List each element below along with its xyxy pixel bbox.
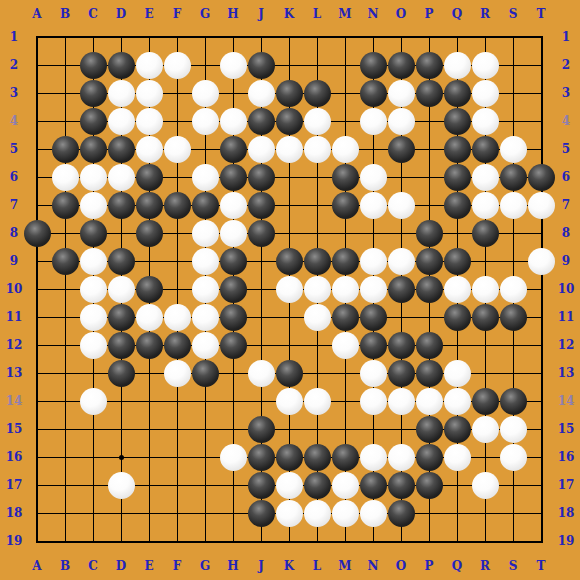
intersection-O15[interactable] — [387, 415, 415, 443]
intersection-P8[interactable] — [415, 219, 443, 247]
intersection-S8[interactable] — [499, 219, 527, 247]
intersection-M10[interactable] — [331, 275, 359, 303]
intersection-F5[interactable] — [163, 135, 191, 163]
intersection-G10[interactable] — [191, 275, 219, 303]
intersection-L16[interactable] — [303, 443, 331, 471]
intersection-K17[interactable] — [275, 471, 303, 499]
intersection-D17[interactable] — [107, 471, 135, 499]
intersection-S11[interactable] — [499, 303, 527, 331]
intersection-K2[interactable] — [275, 51, 303, 79]
intersection-O13[interactable] — [387, 359, 415, 387]
intersection-B6[interactable] — [51, 163, 79, 191]
intersection-L15[interactable] — [303, 415, 331, 443]
intersection-A12[interactable] — [23, 331, 51, 359]
intersection-R12[interactable] — [471, 331, 499, 359]
intersection-D8[interactable] — [107, 219, 135, 247]
intersection-P7[interactable] — [415, 191, 443, 219]
intersection-M18[interactable] — [331, 499, 359, 527]
intersection-C4[interactable] — [79, 107, 107, 135]
intersection-E15[interactable] — [135, 415, 163, 443]
intersection-K9[interactable] — [275, 247, 303, 275]
intersection-T17[interactable] — [527, 471, 555, 499]
intersection-C13[interactable] — [79, 359, 107, 387]
intersection-T14[interactable] — [527, 387, 555, 415]
intersection-K14[interactable] — [275, 387, 303, 415]
intersection-R5[interactable] — [471, 135, 499, 163]
intersection-P2[interactable] — [415, 51, 443, 79]
intersection-J5[interactable] — [247, 135, 275, 163]
intersection-M6[interactable] — [331, 163, 359, 191]
intersection-H3[interactable] — [219, 79, 247, 107]
intersection-C18[interactable] — [79, 499, 107, 527]
intersection-F14[interactable] — [163, 387, 191, 415]
intersection-A1[interactable] — [23, 23, 51, 51]
intersection-T16[interactable] — [527, 443, 555, 471]
intersection-E9[interactable] — [135, 247, 163, 275]
intersection-T3[interactable] — [527, 79, 555, 107]
intersection-M13[interactable] — [331, 359, 359, 387]
intersection-T8[interactable] — [527, 219, 555, 247]
intersection-K11[interactable] — [275, 303, 303, 331]
intersection-D4[interactable] — [107, 107, 135, 135]
intersection-K13[interactable] — [275, 359, 303, 387]
intersection-E8[interactable] — [135, 219, 163, 247]
intersection-S7[interactable] — [499, 191, 527, 219]
intersection-F4[interactable] — [163, 107, 191, 135]
intersection-A19[interactable] — [23, 527, 51, 555]
intersection-S17[interactable] — [499, 471, 527, 499]
intersection-Q8[interactable] — [443, 219, 471, 247]
intersection-K7[interactable] — [275, 191, 303, 219]
intersection-L5[interactable] — [303, 135, 331, 163]
intersection-K12[interactable] — [275, 331, 303, 359]
intersection-B3[interactable] — [51, 79, 79, 107]
intersection-R15[interactable] — [471, 415, 499, 443]
intersection-P16[interactable] — [415, 443, 443, 471]
intersection-K18[interactable] — [275, 499, 303, 527]
intersection-A14[interactable] — [23, 387, 51, 415]
intersection-E3[interactable] — [135, 79, 163, 107]
intersection-O1[interactable] — [387, 23, 415, 51]
intersection-C16[interactable] — [79, 443, 107, 471]
intersection-C3[interactable] — [79, 79, 107, 107]
intersection-B15[interactable] — [51, 415, 79, 443]
intersection-O11[interactable] — [387, 303, 415, 331]
intersection-T1[interactable] — [527, 23, 555, 51]
intersection-D10[interactable] — [107, 275, 135, 303]
intersection-P9[interactable] — [415, 247, 443, 275]
intersection-A7[interactable] — [23, 191, 51, 219]
intersection-P5[interactable] — [415, 135, 443, 163]
intersection-P17[interactable] — [415, 471, 443, 499]
intersection-C15[interactable] — [79, 415, 107, 443]
intersection-O6[interactable] — [387, 163, 415, 191]
intersection-E1[interactable] — [135, 23, 163, 51]
intersection-A11[interactable] — [23, 303, 51, 331]
intersection-A6[interactable] — [23, 163, 51, 191]
intersection-A17[interactable] — [23, 471, 51, 499]
intersection-E10[interactable] — [135, 275, 163, 303]
intersection-L19[interactable] — [303, 527, 331, 555]
intersection-D1[interactable] — [107, 23, 135, 51]
intersection-D2[interactable] — [107, 51, 135, 79]
intersection-R1[interactable] — [471, 23, 499, 51]
intersection-S3[interactable] — [499, 79, 527, 107]
intersection-J17[interactable] — [247, 471, 275, 499]
intersection-S5[interactable] — [499, 135, 527, 163]
intersection-R13[interactable] — [471, 359, 499, 387]
intersection-F10[interactable] — [163, 275, 191, 303]
intersection-E12[interactable] — [135, 331, 163, 359]
intersection-L14[interactable] — [303, 387, 331, 415]
intersection-A8[interactable] — [23, 219, 51, 247]
intersection-T6[interactable] — [527, 163, 555, 191]
intersection-J12[interactable] — [247, 331, 275, 359]
intersection-N2[interactable] — [359, 51, 387, 79]
intersection-C5[interactable] — [79, 135, 107, 163]
intersection-P4[interactable] — [415, 107, 443, 135]
intersection-D15[interactable] — [107, 415, 135, 443]
intersection-N9[interactable] — [359, 247, 387, 275]
intersection-B4[interactable] — [51, 107, 79, 135]
intersection-O16[interactable] — [387, 443, 415, 471]
intersection-A5[interactable] — [23, 135, 51, 163]
intersection-G1[interactable] — [191, 23, 219, 51]
intersection-H8[interactable] — [219, 219, 247, 247]
intersection-S19[interactable] — [499, 527, 527, 555]
intersection-T15[interactable] — [527, 415, 555, 443]
intersection-D14[interactable] — [107, 387, 135, 415]
intersection-N17[interactable] — [359, 471, 387, 499]
intersection-R3[interactable] — [471, 79, 499, 107]
intersection-J1[interactable] — [247, 23, 275, 51]
intersection-N5[interactable] — [359, 135, 387, 163]
intersection-A4[interactable] — [23, 107, 51, 135]
intersection-F12[interactable] — [163, 331, 191, 359]
intersection-E6[interactable] — [135, 163, 163, 191]
intersection-N10[interactable] — [359, 275, 387, 303]
intersection-K16[interactable] — [275, 443, 303, 471]
intersection-F11[interactable] — [163, 303, 191, 331]
intersection-S18[interactable] — [499, 499, 527, 527]
intersection-O17[interactable] — [387, 471, 415, 499]
intersection-B5[interactable] — [51, 135, 79, 163]
intersection-B17[interactable] — [51, 471, 79, 499]
intersection-H18[interactable] — [219, 499, 247, 527]
intersection-L9[interactable] — [303, 247, 331, 275]
intersection-F13[interactable] — [163, 359, 191, 387]
intersection-B10[interactable] — [51, 275, 79, 303]
intersection-B18[interactable] — [51, 499, 79, 527]
intersection-L13[interactable] — [303, 359, 331, 387]
intersection-H5[interactable] — [219, 135, 247, 163]
intersection-R6[interactable] — [471, 163, 499, 191]
intersection-G7[interactable] — [191, 191, 219, 219]
intersection-S13[interactable] — [499, 359, 527, 387]
intersection-O8[interactable] — [387, 219, 415, 247]
intersection-G12[interactable] — [191, 331, 219, 359]
intersection-T2[interactable] — [527, 51, 555, 79]
intersection-P10[interactable] — [415, 275, 443, 303]
intersection-Q2[interactable] — [443, 51, 471, 79]
intersection-M3[interactable] — [331, 79, 359, 107]
intersection-F8[interactable] — [163, 219, 191, 247]
intersection-L10[interactable] — [303, 275, 331, 303]
intersection-J3[interactable] — [247, 79, 275, 107]
intersection-R4[interactable] — [471, 107, 499, 135]
intersection-T10[interactable] — [527, 275, 555, 303]
intersection-M5[interactable] — [331, 135, 359, 163]
intersection-D7[interactable] — [107, 191, 135, 219]
intersection-D13[interactable] — [107, 359, 135, 387]
intersection-H12[interactable] — [219, 331, 247, 359]
intersection-L3[interactable] — [303, 79, 331, 107]
intersection-A15[interactable] — [23, 415, 51, 443]
intersection-M1[interactable] — [331, 23, 359, 51]
intersection-Q5[interactable] — [443, 135, 471, 163]
intersection-P12[interactable] — [415, 331, 443, 359]
intersection-E14[interactable] — [135, 387, 163, 415]
intersection-T5[interactable] — [527, 135, 555, 163]
intersection-B8[interactable] — [51, 219, 79, 247]
intersection-F3[interactable] — [163, 79, 191, 107]
intersection-A9[interactable] — [23, 247, 51, 275]
intersection-L18[interactable] — [303, 499, 331, 527]
intersection-J11[interactable] — [247, 303, 275, 331]
intersection-F9[interactable] — [163, 247, 191, 275]
intersection-R19[interactable] — [471, 527, 499, 555]
intersection-J18[interactable] — [247, 499, 275, 527]
intersection-S9[interactable] — [499, 247, 527, 275]
intersection-R11[interactable] — [471, 303, 499, 331]
intersection-J16[interactable] — [247, 443, 275, 471]
intersection-T4[interactable] — [527, 107, 555, 135]
intersection-Q3[interactable] — [443, 79, 471, 107]
intersection-N12[interactable] — [359, 331, 387, 359]
intersection-P15[interactable] — [415, 415, 443, 443]
intersection-R14[interactable] — [471, 387, 499, 415]
intersection-H17[interactable] — [219, 471, 247, 499]
intersection-B11[interactable] — [51, 303, 79, 331]
intersection-Q13[interactable] — [443, 359, 471, 387]
intersection-J13[interactable] — [247, 359, 275, 387]
intersection-H4[interactable] — [219, 107, 247, 135]
intersection-D9[interactable] — [107, 247, 135, 275]
intersection-K4[interactable] — [275, 107, 303, 135]
intersection-T11[interactable] — [527, 303, 555, 331]
intersection-O12[interactable] — [387, 331, 415, 359]
intersection-L12[interactable] — [303, 331, 331, 359]
intersection-G19[interactable] — [191, 527, 219, 555]
intersection-F18[interactable] — [163, 499, 191, 527]
intersection-E7[interactable] — [135, 191, 163, 219]
intersection-A10[interactable] — [23, 275, 51, 303]
intersection-S10[interactable] — [499, 275, 527, 303]
intersection-B12[interactable] — [51, 331, 79, 359]
intersection-M17[interactable] — [331, 471, 359, 499]
intersection-P13[interactable] — [415, 359, 443, 387]
intersection-L4[interactable] — [303, 107, 331, 135]
intersection-M11[interactable] — [331, 303, 359, 331]
intersection-N11[interactable] — [359, 303, 387, 331]
intersection-F16[interactable] — [163, 443, 191, 471]
intersection-Q10[interactable] — [443, 275, 471, 303]
intersection-M12[interactable] — [331, 331, 359, 359]
intersection-K6[interactable] — [275, 163, 303, 191]
intersection-R8[interactable] — [471, 219, 499, 247]
intersection-J7[interactable] — [247, 191, 275, 219]
intersection-J14[interactable] — [247, 387, 275, 415]
intersection-Q17[interactable] — [443, 471, 471, 499]
intersection-T19[interactable] — [527, 527, 555, 555]
intersection-K1[interactable] — [275, 23, 303, 51]
intersection-C19[interactable] — [79, 527, 107, 555]
intersection-R16[interactable] — [471, 443, 499, 471]
intersection-F2[interactable] — [163, 51, 191, 79]
intersection-L2[interactable] — [303, 51, 331, 79]
intersection-H11[interactable] — [219, 303, 247, 331]
intersection-T13[interactable] — [527, 359, 555, 387]
intersection-G17[interactable] — [191, 471, 219, 499]
intersection-N14[interactable] — [359, 387, 387, 415]
intersection-M2[interactable] — [331, 51, 359, 79]
intersection-H14[interactable] — [219, 387, 247, 415]
intersection-Q9[interactable] — [443, 247, 471, 275]
intersection-S12[interactable] — [499, 331, 527, 359]
intersection-M8[interactable] — [331, 219, 359, 247]
intersection-N1[interactable] — [359, 23, 387, 51]
intersection-Q16[interactable] — [443, 443, 471, 471]
intersection-O10[interactable] — [387, 275, 415, 303]
intersection-J9[interactable] — [247, 247, 275, 275]
intersection-G14[interactable] — [191, 387, 219, 415]
intersection-O5[interactable] — [387, 135, 415, 163]
intersection-O7[interactable] — [387, 191, 415, 219]
intersection-D5[interactable] — [107, 135, 135, 163]
intersection-M16[interactable] — [331, 443, 359, 471]
intersection-S4[interactable] — [499, 107, 527, 135]
intersection-O4[interactable] — [387, 107, 415, 135]
intersection-S1[interactable] — [499, 23, 527, 51]
intersection-D6[interactable] — [107, 163, 135, 191]
intersection-H2[interactable] — [219, 51, 247, 79]
intersection-M15[interactable] — [331, 415, 359, 443]
intersection-P3[interactable] — [415, 79, 443, 107]
intersection-C9[interactable] — [79, 247, 107, 275]
intersection-R18[interactable] — [471, 499, 499, 527]
intersection-C17[interactable] — [79, 471, 107, 499]
intersection-N8[interactable] — [359, 219, 387, 247]
intersection-Q4[interactable] — [443, 107, 471, 135]
intersection-P18[interactable] — [415, 499, 443, 527]
intersection-D11[interactable] — [107, 303, 135, 331]
intersection-L6[interactable] — [303, 163, 331, 191]
intersection-J10[interactable] — [247, 275, 275, 303]
intersection-B14[interactable] — [51, 387, 79, 415]
intersection-N19[interactable] — [359, 527, 387, 555]
intersection-T12[interactable] — [527, 331, 555, 359]
intersection-G18[interactable] — [191, 499, 219, 527]
intersection-S14[interactable] — [499, 387, 527, 415]
intersection-N3[interactable] — [359, 79, 387, 107]
intersection-T18[interactable] — [527, 499, 555, 527]
intersection-R7[interactable] — [471, 191, 499, 219]
intersection-O18[interactable] — [387, 499, 415, 527]
intersection-N13[interactable] — [359, 359, 387, 387]
intersection-M14[interactable] — [331, 387, 359, 415]
intersection-M7[interactable] — [331, 191, 359, 219]
intersection-D18[interactable] — [107, 499, 135, 527]
intersection-B7[interactable] — [51, 191, 79, 219]
intersection-G3[interactable] — [191, 79, 219, 107]
intersection-A3[interactable] — [23, 79, 51, 107]
intersection-G4[interactable] — [191, 107, 219, 135]
intersection-Q7[interactable] — [443, 191, 471, 219]
intersection-N15[interactable] — [359, 415, 387, 443]
intersection-F6[interactable] — [163, 163, 191, 191]
intersection-N16[interactable] — [359, 443, 387, 471]
intersection-T9[interactable] — [527, 247, 555, 275]
intersection-K15[interactable] — [275, 415, 303, 443]
intersection-C14[interactable] — [79, 387, 107, 415]
intersection-F1[interactable] — [163, 23, 191, 51]
intersection-M19[interactable] — [331, 527, 359, 555]
intersection-P11[interactable] — [415, 303, 443, 331]
intersection-E11[interactable] — [135, 303, 163, 331]
intersection-H7[interactable] — [219, 191, 247, 219]
intersection-L8[interactable] — [303, 219, 331, 247]
intersection-F17[interactable] — [163, 471, 191, 499]
intersection-H1[interactable] — [219, 23, 247, 51]
intersection-G13[interactable] — [191, 359, 219, 387]
intersection-Q15[interactable] — [443, 415, 471, 443]
intersection-C10[interactable] — [79, 275, 107, 303]
intersection-H10[interactable] — [219, 275, 247, 303]
intersection-S15[interactable] — [499, 415, 527, 443]
intersection-F15[interactable] — [163, 415, 191, 443]
intersection-H16[interactable] — [219, 443, 247, 471]
intersection-T7[interactable] — [527, 191, 555, 219]
intersection-Q6[interactable] — [443, 163, 471, 191]
intersection-L7[interactable] — [303, 191, 331, 219]
intersection-S16[interactable] — [499, 443, 527, 471]
intersection-J8[interactable] — [247, 219, 275, 247]
intersection-E2[interactable] — [135, 51, 163, 79]
intersection-E5[interactable] — [135, 135, 163, 163]
intersection-B2[interactable] — [51, 51, 79, 79]
intersection-E16[interactable] — [135, 443, 163, 471]
intersection-R2[interactable] — [471, 51, 499, 79]
intersection-R17[interactable] — [471, 471, 499, 499]
intersection-G9[interactable] — [191, 247, 219, 275]
intersection-B16[interactable] — [51, 443, 79, 471]
intersection-H15[interactable] — [219, 415, 247, 443]
intersection-O3[interactable] — [387, 79, 415, 107]
intersection-H13[interactable] — [219, 359, 247, 387]
intersection-C8[interactable] — [79, 219, 107, 247]
intersection-G15[interactable] — [191, 415, 219, 443]
intersection-F7[interactable] — [163, 191, 191, 219]
intersection-J6[interactable] — [247, 163, 275, 191]
intersection-A2[interactable] — [23, 51, 51, 79]
intersection-Q19[interactable] — [443, 527, 471, 555]
intersection-K19[interactable] — [275, 527, 303, 555]
intersection-C7[interactable] — [79, 191, 107, 219]
intersection-M4[interactable] — [331, 107, 359, 135]
intersection-G6[interactable] — [191, 163, 219, 191]
intersection-C12[interactable] — [79, 331, 107, 359]
intersection-J15[interactable] — [247, 415, 275, 443]
